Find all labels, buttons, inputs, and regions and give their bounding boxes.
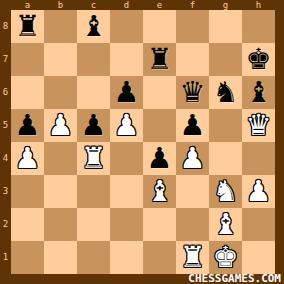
square-f2 xyxy=(176,208,209,241)
square-e5 xyxy=(143,109,176,142)
square-g5 xyxy=(209,109,242,142)
piece-white-pawn-b5: ♟ xyxy=(48,111,74,140)
square-c6 xyxy=(77,76,110,109)
piece-black-pawn-c5: ♟ xyxy=(81,111,107,140)
square-b6 xyxy=(44,76,77,109)
square-e4: ♟ xyxy=(143,142,176,175)
square-e2 xyxy=(143,208,176,241)
square-d8 xyxy=(110,10,143,43)
piece-black-pawn-d6: ♟ xyxy=(114,78,140,107)
square-a6 xyxy=(11,76,44,109)
chess-board: ♜♝♜♚♟♛♞♝♟♟♟♟♟♛♟♜♟♟♝♞♟♝♜♚ xyxy=(11,10,275,274)
rank-label-2: 2 xyxy=(0,208,11,241)
square-b2 xyxy=(44,208,77,241)
square-e6 xyxy=(143,76,176,109)
square-a5: ♟ xyxy=(11,109,44,142)
square-b7 xyxy=(44,43,77,76)
rank-label-4: 4 xyxy=(0,142,11,175)
square-g4 xyxy=(209,142,242,175)
square-e3: ♝ xyxy=(143,175,176,208)
rank-label-6: 6 xyxy=(0,76,11,109)
square-f5: ♟ xyxy=(176,109,209,142)
square-g6: ♞ xyxy=(209,76,242,109)
square-c8: ♝ xyxy=(77,10,110,43)
piece-black-queen-f6: ♛ xyxy=(180,78,206,107)
square-g2: ♝ xyxy=(209,208,242,241)
file-label-e: e xyxy=(143,0,176,10)
rank-label-7: 7 xyxy=(0,43,11,76)
square-a4: ♟ xyxy=(11,142,44,175)
square-h1 xyxy=(242,241,275,274)
piece-black-rook-e7: ♜ xyxy=(147,45,173,74)
file-label-d: d xyxy=(110,0,143,10)
piece-black-bishop-h6: ♝ xyxy=(246,78,272,107)
rank-label-3: 3 xyxy=(0,175,11,208)
square-c2 xyxy=(77,208,110,241)
square-e7: ♜ xyxy=(143,43,176,76)
piece-white-king-g1: ♚ xyxy=(213,243,239,272)
file-label-f: f xyxy=(176,0,209,10)
piece-white-knight-g3: ♞ xyxy=(213,177,239,206)
file-label-c: c xyxy=(77,0,110,10)
square-d3 xyxy=(110,175,143,208)
square-g7 xyxy=(209,43,242,76)
piece-black-king-h7: ♚ xyxy=(246,45,272,74)
square-h4 xyxy=(242,142,275,175)
piece-black-pawn-f5: ♟ xyxy=(180,111,206,140)
square-d7 xyxy=(110,43,143,76)
site-watermark: CHESSGAMES.COM xyxy=(188,273,281,284)
square-a1 xyxy=(11,241,44,274)
square-d6: ♟ xyxy=(110,76,143,109)
square-f6: ♛ xyxy=(176,76,209,109)
square-a7 xyxy=(11,43,44,76)
file-label-g: g xyxy=(209,0,242,10)
square-h3: ♟ xyxy=(242,175,275,208)
square-h6: ♝ xyxy=(242,76,275,109)
square-d5: ♟ xyxy=(110,109,143,142)
piece-black-rook-a8: ♜ xyxy=(15,12,41,41)
square-d4 xyxy=(110,142,143,175)
square-c5: ♟ xyxy=(77,109,110,142)
piece-black-bishop-c8: ♝ xyxy=(81,12,107,41)
piece-black-knight-g6: ♞ xyxy=(213,78,239,107)
square-h8 xyxy=(242,10,275,43)
file-label-a: a xyxy=(11,0,44,10)
square-b8 xyxy=(44,10,77,43)
square-h7: ♚ xyxy=(242,43,275,76)
rank-label-5: 5 xyxy=(0,109,11,142)
square-d1 xyxy=(110,241,143,274)
square-b4 xyxy=(44,142,77,175)
square-c7 xyxy=(77,43,110,76)
piece-white-pawn-a4: ♟ xyxy=(15,144,41,173)
square-f8 xyxy=(176,10,209,43)
piece-white-pawn-h3: ♟ xyxy=(246,177,272,206)
square-f3 xyxy=(176,175,209,208)
square-a3 xyxy=(11,175,44,208)
piece-black-pawn-e4: ♟ xyxy=(147,144,173,173)
square-b5: ♟ xyxy=(44,109,77,142)
square-e8 xyxy=(143,10,176,43)
square-d2 xyxy=(110,208,143,241)
square-b3 xyxy=(44,175,77,208)
square-f4: ♟ xyxy=(176,142,209,175)
square-a8: ♜ xyxy=(11,10,44,43)
square-f1: ♜ xyxy=(176,241,209,274)
square-e1 xyxy=(143,241,176,274)
piece-black-pawn-a5: ♟ xyxy=(15,111,41,140)
piece-white-bishop-e3: ♝ xyxy=(147,177,173,206)
square-c1 xyxy=(77,241,110,274)
square-c3 xyxy=(77,175,110,208)
piece-white-pawn-f4: ♟ xyxy=(180,144,206,173)
square-f7 xyxy=(176,43,209,76)
square-g8 xyxy=(209,10,242,43)
square-c4: ♜ xyxy=(77,142,110,175)
file-label-h: h xyxy=(242,0,275,10)
chess-diagram: ♜♝♜♚♟♛♞♝♟♟♟♟♟♛♟♜♟♟♝♞♟♝♜♚ abcdefgh8765432… xyxy=(0,0,284,284)
rank-label-8: 8 xyxy=(0,10,11,43)
piece-white-rook-f1: ♜ xyxy=(180,243,206,272)
piece-white-bishop-g2: ♝ xyxy=(213,210,239,239)
square-g3: ♞ xyxy=(209,175,242,208)
square-h2 xyxy=(242,208,275,241)
square-h5: ♛ xyxy=(242,109,275,142)
piece-white-rook-c4: ♜ xyxy=(81,144,107,173)
square-a2 xyxy=(11,208,44,241)
file-label-b: b xyxy=(44,0,77,10)
piece-white-queen-h5: ♛ xyxy=(246,111,272,140)
piece-white-pawn-d5: ♟ xyxy=(114,111,140,140)
rank-label-1: 1 xyxy=(0,241,11,274)
square-g1: ♚ xyxy=(209,241,242,274)
square-b1 xyxy=(44,241,77,274)
